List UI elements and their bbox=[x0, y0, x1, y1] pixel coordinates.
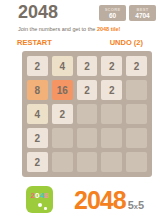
brand-variant: 5x5 bbox=[128, 195, 144, 213]
tile-2: 2 bbox=[126, 56, 147, 76]
tile-2: 2 bbox=[27, 56, 48, 76]
tile-16: 16 bbox=[52, 80, 73, 100]
brand-name: 2048 bbox=[74, 187, 126, 213]
tile-2: 2 bbox=[101, 56, 122, 76]
undo-button[interactable]: UNDO (2) bbox=[110, 38, 143, 47]
tile-4: 4 bbox=[27, 104, 48, 124]
icon-dot bbox=[38, 203, 42, 207]
empty-cell bbox=[52, 152, 73, 172]
empty-cell bbox=[77, 104, 98, 124]
score-boxes: SCORE 60 BEST 4704 bbox=[99, 5, 156, 21]
brand[interactable]: 2048 5x5 bbox=[74, 187, 144, 213]
tile-4: 4 bbox=[52, 56, 73, 76]
empty-cell bbox=[101, 128, 122, 148]
empty-cell bbox=[126, 104, 147, 124]
best-box: BEST 4704 bbox=[129, 5, 156, 21]
page-title: 2048 bbox=[18, 2, 58, 22]
footer-banner: 2048 2048 5x5 bbox=[26, 186, 161, 213]
tile-2: 2 bbox=[77, 56, 98, 76]
empty-cell bbox=[77, 152, 98, 172]
tile-2: 2 bbox=[77, 80, 98, 100]
restart-button[interactable]: RESTART bbox=[17, 38, 52, 47]
tile-2: 2 bbox=[101, 80, 122, 100]
controls-row: RESTART UNDO (2) bbox=[0, 33, 161, 47]
empty-cell bbox=[101, 104, 122, 124]
tile-2: 2 bbox=[52, 104, 73, 124]
board[interactable]: 24222816224222 bbox=[22, 51, 152, 177]
app-window: 2048 SCORE 60 BEST 4704 Join the numbers… bbox=[0, 0, 161, 215]
icon-dot-small bbox=[44, 207, 47, 210]
score-value: 60 bbox=[109, 12, 116, 19]
empty-cell bbox=[101, 152, 122, 172]
header: 2048 SCORE 60 BEST 4704 bbox=[0, 0, 161, 22]
subtitle: Join the numbers and get to the 2048 til… bbox=[0, 22, 161, 33]
empty-cell bbox=[52, 128, 73, 148]
best-value: 4704 bbox=[135, 12, 149, 19]
tile-2: 2 bbox=[27, 152, 48, 172]
tile-8: 8 bbox=[27, 80, 48, 100]
empty-cell bbox=[126, 152, 147, 172]
empty-cell bbox=[77, 128, 98, 148]
app-icon[interactable]: 2048 bbox=[26, 186, 53, 213]
empty-cell bbox=[126, 80, 147, 100]
subtitle-goal: 2048 tile! bbox=[97, 26, 121, 32]
subtitle-plain: Join the numbers and get to the bbox=[18, 26, 97, 32]
empty-cell bbox=[126, 128, 147, 148]
app-icon-text: 2048 bbox=[31, 192, 49, 200]
tile-2: 2 bbox=[27, 128, 48, 148]
score-box: SCORE 60 bbox=[99, 5, 126, 21]
